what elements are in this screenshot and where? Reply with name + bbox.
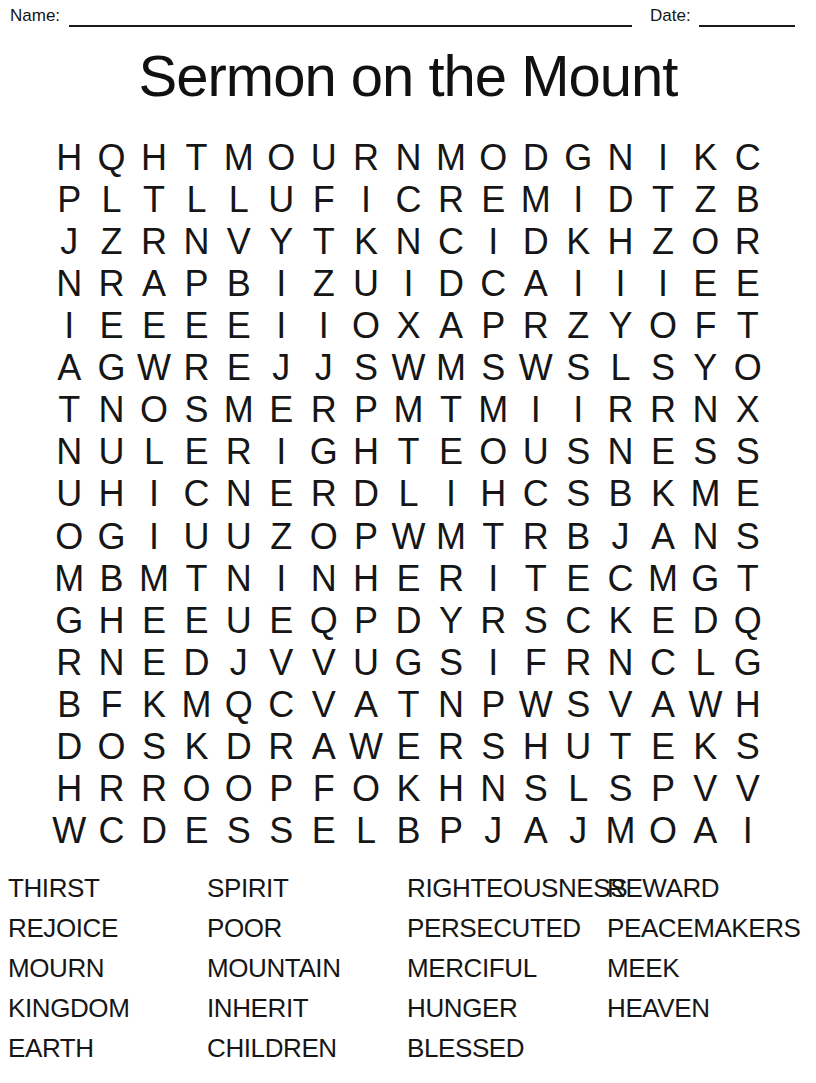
grid-cell[interactable]: K	[684, 726, 726, 768]
grid-cell[interactable]: U	[218, 516, 260, 558]
grid-cell[interactable]: H	[90, 600, 132, 642]
grid-cell[interactable]: P	[260, 768, 302, 810]
grid-cell[interactable]: V	[260, 642, 302, 684]
word-bank-item: MOURN	[8, 948, 129, 988]
grid-cell[interactable]: S	[557, 684, 599, 726]
grid-cell[interactable]: N	[472, 768, 514, 810]
grid-cell[interactable]: D	[684, 600, 726, 642]
grid-cell[interactable]: A	[302, 726, 344, 768]
grid-cell[interactable]: G	[48, 600, 90, 642]
grid-cell[interactable]: E	[387, 558, 429, 600]
grid-cell[interactable]: Y	[260, 221, 302, 263]
grid-cell[interactable]: O	[302, 516, 344, 558]
grid-cell[interactable]: R	[133, 221, 175, 263]
grid-cell[interactable]: L	[557, 768, 599, 810]
grid-cell[interactable]: L	[175, 179, 217, 221]
grid-cell[interactable]: D	[345, 473, 387, 515]
grid-cell[interactable]: D	[48, 726, 90, 768]
grid-cell[interactable]: R	[302, 473, 344, 515]
grid-cell[interactable]: K	[387, 768, 429, 810]
grid-cell[interactable]: R	[642, 389, 684, 431]
grid-cell[interactable]: B	[727, 179, 769, 221]
grid-cell[interactable]: P	[642, 768, 684, 810]
word-bank-item: CHILDREN	[207, 1028, 341, 1068]
word-bank-item: PERSECUTED	[407, 908, 627, 948]
grid-cell[interactable]: N	[684, 516, 726, 558]
grid-cell[interactable]: A	[345, 684, 387, 726]
grid-cell[interactable]: R	[515, 516, 557, 558]
grid-cell[interactable]: I	[302, 305, 344, 347]
grid-cell[interactable]: U	[302, 137, 344, 179]
grid-cell[interactable]: A	[642, 684, 684, 726]
grid-cell[interactable]: C	[557, 600, 599, 642]
grid-cell[interactable]: P	[345, 516, 387, 558]
grid-cell[interactable]: G	[557, 137, 599, 179]
grid-cell[interactable]: Q	[218, 684, 260, 726]
grid-cell[interactable]: C	[472, 263, 514, 305]
grid-cell[interactable]: L	[218, 179, 260, 221]
grid-cell[interactable]: S	[515, 600, 557, 642]
grid-cell[interactable]: R	[218, 431, 260, 473]
grid-cell[interactable]: G	[90, 516, 132, 558]
grid-cell[interactable]: I	[727, 810, 769, 852]
grid-cell[interactable]: U	[218, 600, 260, 642]
grid-cell[interactable]: I	[260, 431, 302, 473]
grid-cell[interactable]: A	[642, 516, 684, 558]
grid-cell[interactable]: E	[557, 558, 599, 600]
grid-cell[interactable]: H	[48, 768, 90, 810]
grid-cell[interactable]: D	[133, 810, 175, 852]
grid-cell[interactable]: R	[557, 642, 599, 684]
grid-cell[interactable]: I	[345, 179, 387, 221]
grid-cell[interactable]: S	[260, 810, 302, 852]
grid-cell[interactable]: P	[48, 179, 90, 221]
grid-cell[interactable]: S	[727, 516, 769, 558]
grid-cell[interactable]: R	[515, 305, 557, 347]
grid-cell[interactable]: I	[599, 263, 641, 305]
grid-cell[interactable]: C	[515, 473, 557, 515]
word-bank-item: MERCIFUL	[407, 948, 627, 988]
grid-cell[interactable]: Z	[557, 305, 599, 347]
grid-cell[interactable]: O	[472, 431, 514, 473]
grid-cell[interactable]: J	[472, 810, 514, 852]
grid-cell[interactable]: A	[48, 347, 90, 389]
grid-cell[interactable]: J	[260, 347, 302, 389]
grid-cell[interactable]: W	[345, 726, 387, 768]
grid-cell[interactable]: N	[90, 642, 132, 684]
grid-cell[interactable]: B	[48, 684, 90, 726]
grid-cell[interactable]: E	[260, 473, 302, 515]
grid-cell[interactable]: Z	[260, 516, 302, 558]
grid-cell[interactable]: I	[260, 263, 302, 305]
grid-cell[interactable]: S	[133, 726, 175, 768]
grid-cell[interactable]: K	[133, 684, 175, 726]
grid-cell[interactable]: P	[472, 684, 514, 726]
grid-cell[interactable]: M	[642, 558, 684, 600]
grid-cell[interactable]: M	[387, 389, 429, 431]
grid-cell[interactable]: W	[515, 684, 557, 726]
grid-cell[interactable]: N	[175, 221, 217, 263]
grid-cell[interactable]: I	[133, 473, 175, 515]
grid-cell[interactable]: T	[727, 305, 769, 347]
grid-cell[interactable]: I	[642, 137, 684, 179]
grid-cell[interactable]: S	[684, 431, 726, 473]
grid-cell[interactable]: I	[472, 558, 514, 600]
grid-cell[interactable]: H	[515, 726, 557, 768]
grid-cell[interactable]: U	[557, 726, 599, 768]
grid-cell[interactable]: O	[133, 389, 175, 431]
grid-cell[interactable]: V	[218, 221, 260, 263]
grid-cell[interactable]: N	[218, 558, 260, 600]
grid-cell[interactable]: T	[642, 179, 684, 221]
grid-cell[interactable]: E	[727, 263, 769, 305]
grid-cell[interactable]: R	[430, 726, 472, 768]
grid-cell[interactable]: H	[90, 473, 132, 515]
grid-cell[interactable]: R	[599, 389, 641, 431]
grid-cell[interactable]: G	[90, 347, 132, 389]
grid-cell[interactable]: E	[387, 726, 429, 768]
grid-cell[interactable]: T	[727, 558, 769, 600]
grid-cell[interactable]: N	[302, 558, 344, 600]
grid-cell[interactable]: T	[48, 389, 90, 431]
grid-cell[interactable]: D	[218, 726, 260, 768]
grid-cell[interactable]: S	[175, 389, 217, 431]
grid-cell[interactable]: P	[175, 263, 217, 305]
grid-cell[interactable]: R	[345, 137, 387, 179]
name-blank-line	[69, 7, 632, 27]
grid-cell[interactable]: H	[430, 768, 472, 810]
grid-cell[interactable]: W	[515, 347, 557, 389]
grid-cell[interactable]: O	[218, 768, 260, 810]
grid-cell[interactable]: E	[684, 263, 726, 305]
grid-cell[interactable]: B	[599, 473, 641, 515]
grid-cell[interactable]: U	[345, 263, 387, 305]
grid-cell[interactable]: E	[175, 305, 217, 347]
grid-cell[interactable]: R	[430, 558, 472, 600]
grid-cell[interactable]: I	[133, 516, 175, 558]
grid-cell[interactable]: I	[48, 305, 90, 347]
grid-cell[interactable]: R	[133, 768, 175, 810]
grid-cell[interactable]: Q	[90, 137, 132, 179]
grid-cell[interactable]: G	[302, 431, 344, 473]
word-bank-item: HUNGER	[407, 988, 627, 1028]
grid-cell[interactable]: A	[515, 263, 557, 305]
grid-cell[interactable]: T	[515, 558, 557, 600]
grid-cell[interactable]: O	[48, 516, 90, 558]
grid-cell[interactable]: E	[133, 600, 175, 642]
grid-cell[interactable]: C	[387, 179, 429, 221]
grid-cell[interactable]: U	[90, 431, 132, 473]
grid-cell[interactable]: B	[90, 558, 132, 600]
grid-cell[interactable]: I	[430, 473, 472, 515]
grid-cell[interactable]: E	[430, 431, 472, 473]
grid-cell[interactable]: K	[345, 221, 387, 263]
grid-cell[interactable]: V	[727, 768, 769, 810]
grid-cell[interactable]: G	[684, 558, 726, 600]
grid-cell[interactable]: E	[727, 473, 769, 515]
grid-cell[interactable]: N	[218, 473, 260, 515]
grid-cell[interactable]: S	[557, 473, 599, 515]
grid-cell[interactable]: U	[515, 431, 557, 473]
grid-cell[interactable]: B	[387, 810, 429, 852]
grid-cell[interactable]: A	[133, 263, 175, 305]
grid-cell[interactable]: D	[599, 179, 641, 221]
grid-cell[interactable]: F	[302, 179, 344, 221]
grid-cell[interactable]: I	[642, 263, 684, 305]
grid-cell[interactable]: O	[345, 768, 387, 810]
grid-cell[interactable]: A	[684, 810, 726, 852]
grid-cell[interactable]: N	[48, 263, 90, 305]
grid-cell[interactable]: L	[133, 431, 175, 473]
grid-cell[interactable]: V	[302, 642, 344, 684]
grid-cell[interactable]: E	[260, 600, 302, 642]
grid-cell[interactable]: X	[387, 305, 429, 347]
grid-cell[interactable]: S	[727, 431, 769, 473]
grid-cell[interactable]: H	[727, 684, 769, 726]
grid-cell[interactable]: H	[472, 473, 514, 515]
grid-cell[interactable]: U	[345, 642, 387, 684]
grid-cell[interactable]: J	[557, 810, 599, 852]
grid-cell[interactable]: T	[302, 221, 344, 263]
grid-cell[interactable]: K	[599, 600, 641, 642]
grid-cell[interactable]: Z	[302, 263, 344, 305]
grid-cell[interactable]: S	[557, 347, 599, 389]
grid-cell[interactable]: M	[430, 347, 472, 389]
grid-cell[interactable]: F	[684, 305, 726, 347]
grid-cell[interactable]: N	[599, 137, 641, 179]
word-bank-column-3: RIGHTEOUSNESSPERSECUTEDMERCIFULHUNGERBLE…	[407, 868, 627, 1068]
grid-cell[interactable]: M	[684, 473, 726, 515]
grid-cell[interactable]: S	[472, 726, 514, 768]
grid-cell[interactable]: E	[133, 642, 175, 684]
grid-cell[interactable]: U	[260, 179, 302, 221]
grid-cell[interactable]: H	[133, 137, 175, 179]
grid-cell[interactable]: P	[430, 810, 472, 852]
grid-cell[interactable]: C	[430, 221, 472, 263]
grid-cell[interactable]: E	[218, 347, 260, 389]
grid-cell[interactable]: I	[260, 558, 302, 600]
grid-cell[interactable]: K	[684, 137, 726, 179]
grid-cell[interactable]: T	[599, 726, 641, 768]
grid-cell[interactable]: U	[175, 516, 217, 558]
grid-cell[interactable]: H	[345, 431, 387, 473]
grid-cell[interactable]: M	[430, 516, 472, 558]
grid-cell[interactable]: U	[48, 473, 90, 515]
grid-cell[interactable]: D	[515, 221, 557, 263]
grid-cell[interactable]: Q	[727, 600, 769, 642]
grid-cell[interactable]: E	[175, 431, 217, 473]
grid-cell[interactable]: O	[472, 137, 514, 179]
grid-cell[interactable]: J	[218, 642, 260, 684]
grid-cell[interactable]: N	[387, 137, 429, 179]
grid-cell[interactable]: R	[48, 642, 90, 684]
grid-cell[interactable]: C	[90, 810, 132, 852]
grid-cell[interactable]: F	[302, 768, 344, 810]
grid-cell[interactable]: E	[642, 726, 684, 768]
grid-cell[interactable]: S	[727, 726, 769, 768]
grid-cell[interactable]: C	[175, 473, 217, 515]
grid-cell[interactable]: M	[218, 389, 260, 431]
grid-cell[interactable]: T	[175, 558, 217, 600]
grid-cell[interactable]: E	[260, 389, 302, 431]
grid-cell[interactable]: Z	[684, 179, 726, 221]
grid-cell[interactable]: L	[387, 473, 429, 515]
grid-cell[interactable]: O	[175, 768, 217, 810]
grid-cell[interactable]: I	[557, 389, 599, 431]
grid-cell[interactable]: P	[345, 389, 387, 431]
grid-cell[interactable]: O	[684, 221, 726, 263]
grid-cell[interactable]: W	[387, 516, 429, 558]
grid-cell[interactable]: P	[345, 600, 387, 642]
grid-cell[interactable]: Z	[90, 221, 132, 263]
grid-cell[interactable]: L	[599, 347, 641, 389]
grid-cell[interactable]: T	[387, 431, 429, 473]
grid-cell[interactable]: E	[133, 305, 175, 347]
grid-cell[interactable]: S	[599, 768, 641, 810]
grid-cell[interactable]: R	[430, 179, 472, 221]
grid-cell[interactable]: E	[218, 305, 260, 347]
grid-cell[interactable]: D	[175, 642, 217, 684]
grid-cell[interactable]: G	[387, 642, 429, 684]
grid-cell[interactable]: S	[642, 347, 684, 389]
grid-cell[interactable]: W	[48, 810, 90, 852]
grid-cell[interactable]: S	[515, 768, 557, 810]
grid-cell[interactable]: A	[515, 810, 557, 852]
grid-cell[interactable]: X	[727, 389, 769, 431]
grid-cell[interactable]: R	[302, 389, 344, 431]
grid-cell[interactable]: N	[430, 684, 472, 726]
grid-cell[interactable]: B	[218, 263, 260, 305]
grid-cell[interactable]: M	[175, 684, 217, 726]
grid-cell[interactable]: T	[472, 516, 514, 558]
grid-cell[interactable]: W	[387, 347, 429, 389]
grid-cell[interactable]: N	[90, 389, 132, 431]
grid-cell[interactable]: R	[727, 221, 769, 263]
grid-cell[interactable]: R	[90, 263, 132, 305]
grid-cell[interactable]: H	[599, 221, 641, 263]
grid-cell[interactable]: I	[557, 179, 599, 221]
grid-cell[interactable]: E	[175, 600, 217, 642]
grid-cell[interactable]: C	[260, 684, 302, 726]
word-bank-item: SPIRIT	[207, 868, 341, 908]
grid-cell[interactable]: V	[599, 684, 641, 726]
grid-cell[interactable]: L	[684, 642, 726, 684]
grid-cell[interactable]: S	[218, 810, 260, 852]
grid-cell[interactable]: A	[430, 305, 472, 347]
grid-cell[interactable]: S	[345, 347, 387, 389]
grid-cell[interactable]: T	[175, 137, 217, 179]
grid-cell[interactable]: J	[48, 221, 90, 263]
grid-cell[interactable]: V	[302, 684, 344, 726]
grid-cell[interactable]: G	[727, 642, 769, 684]
grid-cell[interactable]: O	[260, 137, 302, 179]
grid-cell[interactable]: Y	[684, 347, 726, 389]
grid-cell[interactable]: E	[472, 179, 514, 221]
grid-cell[interactable]: R	[175, 347, 217, 389]
grid-cell[interactable]: D	[430, 263, 472, 305]
grid-cell[interactable]: K	[642, 473, 684, 515]
grid-cell[interactable]: Q	[302, 600, 344, 642]
grid-cell[interactable]: L	[90, 179, 132, 221]
grid-cell[interactable]: F	[90, 684, 132, 726]
grid-cell[interactable]: J	[599, 516, 641, 558]
grid-cell[interactable]: K	[557, 221, 599, 263]
grid-cell[interactable]: S	[557, 431, 599, 473]
word-bank-item: MEEK	[607, 948, 801, 988]
grid-cell[interactable]: S	[472, 347, 514, 389]
grid-cell[interactable]: D	[515, 137, 557, 179]
grid-cell[interactable]: O	[345, 305, 387, 347]
grid-cell[interactable]: N	[599, 642, 641, 684]
grid-cell[interactable]: E	[90, 305, 132, 347]
grid-cell[interactable]: E	[642, 431, 684, 473]
grid-cell[interactable]: E	[302, 810, 344, 852]
grid-cell[interactable]: D	[387, 600, 429, 642]
grid-cell[interactable]: O	[642, 305, 684, 347]
grid-cell[interactable]: M	[48, 558, 90, 600]
grid-cell[interactable]: T	[133, 179, 175, 221]
grid-cell[interactable]: I	[557, 263, 599, 305]
grid-cell[interactable]: B	[557, 516, 599, 558]
word-bank-item: MOUNTAIN	[207, 948, 341, 988]
grid-cell[interactable]: N	[48, 431, 90, 473]
grid-cell[interactable]: W	[133, 347, 175, 389]
grid-cell[interactable]: R	[260, 726, 302, 768]
grid-cell[interactable]: O	[90, 726, 132, 768]
word-bank-item: EARTH	[8, 1028, 129, 1068]
grid-cell[interactable]: S	[430, 642, 472, 684]
grid-cell[interactable]: V	[684, 768, 726, 810]
grid-cell[interactable]: I	[387, 263, 429, 305]
grid-cell[interactable]: M	[472, 389, 514, 431]
grid-cell[interactable]: H	[48, 137, 90, 179]
grid-cell[interactable]: T	[387, 684, 429, 726]
grid-cell[interactable]: W	[684, 684, 726, 726]
grid-cell[interactable]: F	[515, 642, 557, 684]
grid-cell[interactable]: K	[175, 726, 217, 768]
grid-cell[interactable]: E	[175, 810, 217, 852]
grid-cell[interactable]: N	[387, 221, 429, 263]
grid-cell[interactable]: Z	[642, 221, 684, 263]
grid-cell[interactable]: E	[642, 600, 684, 642]
grid-cell[interactable]: J	[302, 347, 344, 389]
grid-cell[interactable]: I	[515, 389, 557, 431]
grid-cell[interactable]: O	[727, 347, 769, 389]
grid-cell[interactable]: M	[430, 137, 472, 179]
grid-cell[interactable]: M	[599, 810, 641, 852]
grid-cell[interactable]: P	[472, 305, 514, 347]
grid-cell[interactable]: M	[218, 137, 260, 179]
grid-cell[interactable]: M	[133, 558, 175, 600]
grid-cell[interactable]: L	[345, 810, 387, 852]
grid-cell[interactable]: H	[345, 558, 387, 600]
grid-cell[interactable]: I	[472, 221, 514, 263]
grid-cell[interactable]: C	[727, 137, 769, 179]
grid-cell[interactable]: I	[260, 305, 302, 347]
grid-cell[interactable]: N	[684, 389, 726, 431]
grid-cell[interactable]: R	[90, 768, 132, 810]
grid-cell[interactable]: O	[642, 810, 684, 852]
grid-cell[interactable]: R	[472, 600, 514, 642]
grid-cell[interactable]: C	[599, 558, 641, 600]
grid-cell[interactable]: N	[599, 431, 641, 473]
grid-cell[interactable]: C	[642, 642, 684, 684]
grid-cell[interactable]: M	[515, 179, 557, 221]
grid-cell[interactable]: I	[472, 642, 514, 684]
grid-cell[interactable]: T	[430, 389, 472, 431]
grid-cell[interactable]: Y	[599, 305, 641, 347]
grid-cell[interactable]: Y	[430, 600, 472, 642]
